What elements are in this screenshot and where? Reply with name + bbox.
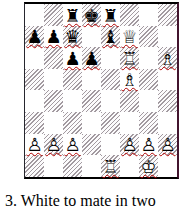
square-h3[interactable] (158, 112, 177, 134)
white-rook[interactable]: ♜♖ (102, 157, 118, 177)
chess-board: ♜♚♜♟♟♛♝♛♕♟♟♜♖♝♗♝♗♟♙♟♙♟♙♟♙♟♙♟♙♜♖♚♔ (24, 2, 179, 179)
square-f5[interactable]: ♝♗ (120, 69, 139, 91)
square-e5[interactable] (101, 69, 120, 91)
square-e1[interactable]: ♜♖ (101, 155, 120, 177)
square-d2[interactable] (82, 134, 101, 156)
black-pawn[interactable]: ♟ (64, 49, 80, 69)
square-a3[interactable] (25, 112, 44, 134)
square-a6[interactable] (25, 47, 44, 69)
white-queen[interactable]: ♛♕ (121, 27, 137, 47)
black-pawn-glyph: ♟ (64, 49, 80, 69)
square-c4[interactable] (63, 90, 82, 112)
page: ♜♚♜♟♟♛♝♛♕♟♟♜♖♝♗♝♗♟♙♟♙♟♙♟♙♟♙♟♙♜♖♚♔ 3. Whi… (0, 0, 180, 215)
square-h7[interactable] (158, 26, 177, 48)
square-c8[interactable]: ♜ (63, 4, 82, 26)
square-c7[interactable]: ♛ (63, 26, 82, 48)
square-f6[interactable]: ♜♖ (120, 47, 139, 69)
square-b5[interactable] (44, 69, 63, 91)
black-pawn-glyph: ♟ (45, 27, 61, 47)
square-b1[interactable] (44, 155, 63, 177)
white-rook-glyph: ♖ (121, 49, 137, 69)
square-f7[interactable]: ♛♕ (120, 26, 139, 48)
white-pawn[interactable]: ♟♙ (26, 135, 42, 155)
square-e4[interactable] (101, 90, 120, 112)
square-a2[interactable]: ♟♙ (25, 134, 44, 156)
black-pawn[interactable]: ♟ (45, 27, 61, 47)
black-queen[interactable]: ♛ (64, 27, 80, 47)
square-f2[interactable]: ♟♙ (120, 134, 139, 156)
square-c3[interactable] (63, 112, 82, 134)
white-pawn-glyph: ♙ (140, 135, 156, 155)
square-a7[interactable]: ♟ (25, 26, 44, 48)
square-a5[interactable] (25, 69, 44, 91)
square-g1[interactable]: ♚♔ (139, 155, 158, 177)
square-f1[interactable] (120, 155, 139, 177)
square-e6[interactable] (101, 47, 120, 69)
square-g5[interactable] (139, 69, 158, 91)
black-bishop[interactable]: ♝ (102, 27, 118, 47)
white-rook[interactable]: ♜♖ (121, 49, 137, 69)
chess-board-grid: ♜♚♜♟♟♛♝♛♕♟♟♜♖♝♗♝♗♟♙♟♙♟♙♟♙♟♙♟♙♜♖♚♔ (25, 4, 177, 177)
white-queen-glyph: ♕ (121, 27, 137, 47)
diagram-caption: 3. White to mate in two (5, 192, 156, 210)
black-queen-glyph: ♛ (64, 27, 80, 47)
white-pawn[interactable]: ♟♙ (159, 135, 175, 155)
square-g3[interactable] (139, 112, 158, 134)
square-g8[interactable] (139, 4, 158, 26)
black-pawn-glyph: ♟ (26, 27, 42, 47)
black-king[interactable]: ♚ (83, 6, 99, 26)
square-a8[interactable] (25, 4, 44, 26)
square-d7[interactable] (82, 26, 101, 48)
black-pawn[interactable]: ♟ (83, 49, 99, 69)
square-b6[interactable] (44, 47, 63, 69)
square-e8[interactable]: ♜ (101, 4, 120, 26)
square-b2[interactable]: ♟♙ (44, 134, 63, 156)
square-h6[interactable]: ♝♗ (158, 47, 177, 69)
square-f8[interactable] (120, 4, 139, 26)
white-bishop[interactable]: ♝♗ (159, 49, 175, 69)
square-g2[interactable]: ♟♙ (139, 134, 158, 156)
square-f3[interactable] (120, 112, 139, 134)
white-pawn-glyph: ♙ (64, 135, 80, 155)
white-pawn-glyph: ♙ (121, 135, 137, 155)
square-g7[interactable] (139, 26, 158, 48)
square-f4[interactable] (120, 90, 139, 112)
square-e7[interactable]: ♝ (101, 26, 120, 48)
white-pawn[interactable]: ♟♙ (64, 135, 80, 155)
white-bishop[interactable]: ♝♗ (121, 70, 137, 90)
black-rook[interactable]: ♜ (64, 6, 80, 26)
square-a4[interactable] (25, 90, 44, 112)
square-e2[interactable] (101, 134, 120, 156)
square-d6[interactable]: ♟ (82, 47, 101, 69)
square-b8[interactable] (44, 4, 63, 26)
black-rook-glyph: ♜ (102, 6, 118, 26)
square-h5[interactable] (158, 69, 177, 91)
square-d8[interactable]: ♚ (82, 4, 101, 26)
square-h8[interactable] (158, 4, 177, 26)
white-rook-glyph: ♖ (102, 157, 118, 177)
white-pawn[interactable]: ♟♙ (140, 135, 156, 155)
white-pawn[interactable]: ♟♙ (45, 135, 61, 155)
square-d3[interactable] (82, 112, 101, 134)
white-pawn-glyph: ♙ (159, 135, 175, 155)
white-bishop-glyph: ♗ (121, 70, 137, 90)
white-pawn[interactable]: ♟♙ (121, 135, 137, 155)
square-c2[interactable]: ♟♙ (63, 134, 82, 156)
black-rook-glyph: ♜ (64, 6, 80, 26)
square-g4[interactable] (139, 90, 158, 112)
square-b7[interactable]: ♟ (44, 26, 63, 48)
black-pawn[interactable]: ♟ (26, 27, 42, 47)
square-h4[interactable] (158, 90, 177, 112)
square-g6[interactable] (139, 47, 158, 69)
black-king-glyph: ♚ (83, 6, 99, 26)
black-bishop-glyph: ♝ (102, 27, 118, 47)
white-pawn-glyph: ♙ (45, 135, 61, 155)
white-bishop-glyph: ♗ (159, 49, 175, 69)
black-pawn-glyph: ♟ (83, 49, 99, 69)
white-king-glyph: ♔ (140, 157, 156, 177)
square-c5[interactable] (63, 69, 82, 91)
square-c1[interactable] (63, 155, 82, 177)
square-b4[interactable] (44, 90, 63, 112)
square-a1[interactable] (25, 155, 44, 177)
square-d5[interactable] (82, 69, 101, 91)
square-d1[interactable] (82, 155, 101, 177)
square-c6[interactable]: ♟ (63, 47, 82, 69)
square-e3[interactable] (101, 112, 120, 134)
white-king[interactable]: ♚♔ (140, 157, 156, 177)
black-rook[interactable]: ♜ (102, 6, 118, 26)
square-b3[interactable] (44, 112, 63, 134)
square-h1[interactable] (158, 155, 177, 177)
square-d4[interactable] (82, 90, 101, 112)
square-h2[interactable]: ♟♙ (158, 134, 177, 156)
white-pawn-glyph: ♙ (26, 135, 42, 155)
